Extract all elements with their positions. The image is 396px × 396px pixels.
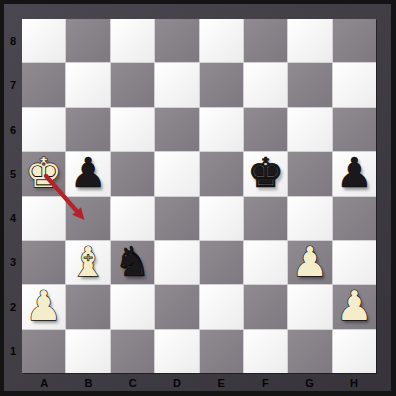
square-b5[interactable]: ♟ [66, 152, 109, 195]
square-c1[interactable] [111, 330, 154, 373]
rank-label-4: 4 [4, 196, 22, 240]
square-e4[interactable] [200, 197, 243, 240]
rank-labels: 87654321 [4, 19, 22, 373]
square-h2[interactable]: ♟ [333, 285, 376, 328]
piece-white-pawn: ♟ [25, 286, 62, 327]
square-a3[interactable] [22, 241, 65, 284]
rank-label-8: 8 [4, 19, 22, 63]
square-f2[interactable] [244, 285, 287, 328]
square-g5[interactable] [288, 152, 331, 195]
square-b4[interactable] [66, 197, 109, 240]
square-e1[interactable] [200, 330, 243, 373]
square-d3[interactable] [155, 241, 198, 284]
piece-white-pawn: ♟ [292, 242, 329, 283]
square-c6[interactable] [111, 108, 154, 151]
file-label-f: F [243, 373, 287, 392]
file-label-a: A [22, 373, 66, 392]
square-d1[interactable] [155, 330, 198, 373]
square-g2[interactable] [288, 285, 331, 328]
square-e8[interactable] [200, 19, 243, 62]
piece-black-king: ♚ [247, 153, 284, 194]
piece-white-bishop: ♝ [70, 242, 107, 283]
square-h8[interactable] [333, 19, 376, 62]
square-a8[interactable] [22, 19, 65, 62]
file-label-g: G [288, 373, 332, 392]
file-label-c: C [111, 373, 155, 392]
square-h6[interactable] [333, 108, 376, 151]
square-f4[interactable] [244, 197, 287, 240]
square-d5[interactable] [155, 152, 198, 195]
piece-black-pawn: ♟ [70, 153, 107, 194]
piece-white-king: ♚ [25, 153, 62, 194]
square-c4[interactable] [111, 197, 154, 240]
square-g7[interactable] [288, 63, 331, 106]
square-f6[interactable] [244, 108, 287, 151]
square-b2[interactable] [66, 285, 109, 328]
piece-white-pawn: ♟ [336, 286, 373, 327]
file-labels: ABCDEFGH [22, 373, 376, 392]
square-c2[interactable] [111, 285, 154, 328]
piece-black-knight: ♞ [114, 242, 151, 283]
square-d6[interactable] [155, 108, 198, 151]
square-d2[interactable] [155, 285, 198, 328]
square-d4[interactable] [155, 197, 198, 240]
square-c5[interactable] [111, 152, 154, 195]
square-h7[interactable] [333, 63, 376, 106]
square-d7[interactable] [155, 63, 198, 106]
square-g6[interactable] [288, 108, 331, 151]
square-h5[interactable]: ♟ [333, 152, 376, 195]
file-label-d: D [155, 373, 199, 392]
square-e7[interactable] [200, 63, 243, 106]
square-a7[interactable] [22, 63, 65, 106]
square-f7[interactable] [244, 63, 287, 106]
rank-label-3: 3 [4, 240, 22, 284]
square-a5[interactable]: ♚ [22, 152, 65, 195]
rank-label-2: 2 [4, 285, 22, 329]
square-b8[interactable] [66, 19, 109, 62]
piece-black-pawn: ♟ [336, 153, 373, 194]
square-b6[interactable] [66, 108, 109, 151]
square-e6[interactable] [200, 108, 243, 151]
file-label-e: E [199, 373, 243, 392]
square-b1[interactable] [66, 330, 109, 373]
rank-label-5: 5 [4, 152, 22, 196]
square-f8[interactable] [244, 19, 287, 62]
square-c3[interactable]: ♞ [111, 241, 154, 284]
square-g4[interactable] [288, 197, 331, 240]
square-h1[interactable] [333, 330, 376, 373]
square-a1[interactable] [22, 330, 65, 373]
square-g3[interactable]: ♟ [288, 241, 331, 284]
square-d8[interactable] [155, 19, 198, 62]
square-a4[interactable] [22, 197, 65, 240]
square-b3[interactable]: ♝ [66, 241, 109, 284]
square-e2[interactable] [200, 285, 243, 328]
square-e3[interactable] [200, 241, 243, 284]
rank-label-1: 1 [4, 329, 22, 373]
square-a2[interactable]: ♟ [22, 285, 65, 328]
file-label-h: H [332, 373, 376, 392]
square-h4[interactable] [333, 197, 376, 240]
square-e5[interactable] [200, 152, 243, 195]
square-c8[interactable] [111, 19, 154, 62]
chess-board: ♚♟♚♟♝♞♟♟♟ [22, 19, 376, 373]
square-h3[interactable] [333, 241, 376, 284]
square-f5[interactable]: ♚ [244, 152, 287, 195]
square-c7[interactable] [111, 63, 154, 106]
rank-label-7: 7 [4, 63, 22, 107]
square-a6[interactable] [22, 108, 65, 151]
square-b7[interactable] [66, 63, 109, 106]
file-label-b: B [66, 373, 110, 392]
square-f3[interactable] [244, 241, 287, 284]
square-f1[interactable] [244, 330, 287, 373]
rank-label-6: 6 [4, 108, 22, 152]
square-g1[interactable] [288, 330, 331, 373]
square-g8[interactable] [288, 19, 331, 62]
